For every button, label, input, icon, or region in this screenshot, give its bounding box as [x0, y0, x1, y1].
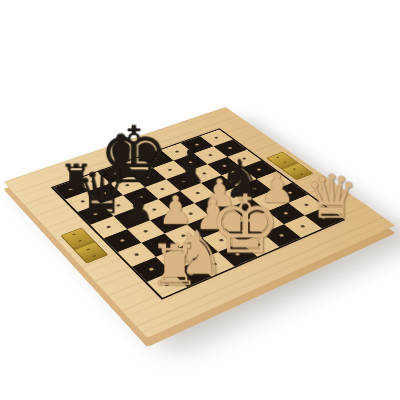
board-top-surface: ♜♝♚♛♝♟♟♟♞♟♟♜♞♚♛: [3, 107, 395, 338]
chess-board: ♜♝♚♛♝♟♟♟♞♟♟♜♞♚♛: [3, 107, 395, 338]
peg-hole-dot: [214, 136, 219, 139]
piece-white-rook-a1[interactable]: ♜: [95, 241, 254, 292]
product-photo-scene: ♜♝♚♛♝♟♟♟♞♟♟♜♞♚♛: [0, 0, 400, 400]
square-a1[interactable]: ♜: [147, 272, 187, 298]
